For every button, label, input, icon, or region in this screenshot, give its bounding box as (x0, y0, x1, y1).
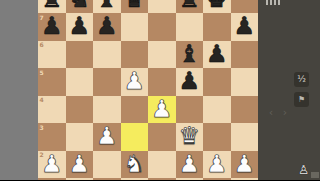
square-f4[interactable] (176, 96, 204, 124)
rank-label-5: 5 (40, 69, 44, 76)
white-pawn: ♟ (121, 68, 149, 96)
rank-label-7: 7 (40, 14, 44, 21)
white-queen: ♛ (176, 123, 204, 151)
square-e8[interactable] (148, 0, 176, 13)
square-f3[interactable]: ♛ (176, 123, 204, 151)
square-d6[interactable] (121, 41, 149, 69)
square-g8[interactable]: ♚ (203, 0, 231, 13)
square-b8[interactable]: ♞ (66, 0, 94, 13)
square-g2[interactable]: ♟ (203, 151, 231, 179)
prev-move-button[interactable]: ‹ (266, 107, 276, 118)
square-d2[interactable]: ♞ (121, 151, 149, 179)
square-f8[interactable]: ♜ (176, 0, 204, 13)
square-h4[interactable] (231, 96, 259, 124)
white-knight: ♞ (121, 151, 149, 179)
square-b3[interactable] (66, 123, 94, 151)
white-pawn: ♟ (231, 151, 259, 179)
square-a1[interactable]: 1♜ (38, 178, 66, 180)
square-h5[interactable] (231, 68, 259, 96)
square-c1[interactable] (93, 178, 121, 180)
square-a3[interactable]: 3 (38, 123, 66, 151)
square-h8[interactable] (231, 0, 259, 13)
square-b7[interactable]: ♟ (66, 13, 94, 41)
side-panel: ½ ⚑ ‹ › ♙ (258, 0, 320, 180)
square-a2[interactable]: 2♟ (38, 151, 66, 179)
rank-label-4: 4 (40, 96, 44, 103)
square-f5[interactable]: ♟ (176, 68, 204, 96)
square-h7[interactable]: ♟ (231, 13, 259, 41)
square-c2[interactable] (93, 151, 121, 179)
white-knight: ♞ (203, 178, 231, 180)
black-pawn: ♟ (203, 41, 231, 69)
rank-label-3: 3 (40, 124, 44, 131)
square-e2[interactable] (148, 151, 176, 179)
square-e7[interactable] (148, 13, 176, 41)
black-pawn: ♟ (231, 13, 259, 41)
square-f2[interactable]: ♟ (176, 151, 204, 179)
square-d3[interactable] (121, 123, 149, 151)
square-g6[interactable]: ♟ (203, 41, 231, 69)
white-pawn: ♟ (148, 96, 176, 124)
square-b4[interactable] (66, 96, 94, 124)
square-a5[interactable]: 5 (38, 68, 66, 96)
white-king: ♚ (148, 178, 176, 180)
square-a6[interactable]: 6 (38, 41, 66, 69)
square-c4[interactable] (93, 96, 121, 124)
rank-label-6: 6 (40, 41, 44, 48)
black-rook: ♜ (38, 0, 66, 13)
rank-label-2: 2 (40, 151, 44, 158)
chess-board: 8♜♞♝♛♜♚7♟♟♟♟6♝♟5♟♟4♟3♟♛2♟♟♞♟♟♟1♜♚♝♞♜ (38, 0, 258, 180)
square-a7[interactable]: 7♟ (38, 13, 66, 41)
white-pawn: ♟ (203, 151, 231, 179)
bottom-mark (311, 172, 319, 178)
square-h3[interactable] (231, 123, 259, 151)
square-c8[interactable]: ♝ (93, 0, 121, 13)
game-screen: 8♜♞♝♛♜♚7♟♟♟♟6♝♟5♟♟4♟3♟♛2♟♟♞♟♟♟1♜♚♝♞♜ ½ ⚑… (0, 0, 320, 180)
square-c5[interactable] (93, 68, 121, 96)
square-e6[interactable] (148, 41, 176, 69)
square-f6[interactable]: ♝ (176, 41, 204, 69)
square-g7[interactable] (203, 13, 231, 41)
offer-draw-button[interactable]: ½ (294, 72, 309, 87)
resign-flag-button[interactable]: ⚑ (294, 92, 309, 107)
black-rook: ♜ (176, 0, 204, 13)
square-h6[interactable] (231, 41, 259, 69)
square-g1[interactable]: ♞ (203, 178, 231, 180)
square-d1[interactable] (121, 178, 149, 180)
square-e3[interactable] (148, 123, 176, 151)
black-king: ♚ (203, 0, 231, 13)
white-pawn: ♟ (93, 123, 121, 151)
black-pawn: ♟ (66, 13, 94, 41)
square-g5[interactable] (203, 68, 231, 96)
square-e5[interactable] (148, 68, 176, 96)
square-e1[interactable]: ♚ (148, 178, 176, 180)
square-g4[interactable] (203, 96, 231, 124)
square-b5[interactable] (66, 68, 94, 96)
square-b1[interactable] (66, 178, 94, 180)
black-pawn: ♟ (93, 13, 121, 41)
square-c3[interactable]: ♟ (93, 123, 121, 151)
square-a4[interactable]: 4 (38, 96, 66, 124)
square-d8[interactable]: ♛ (121, 0, 149, 13)
white-pawn: ♟ (38, 151, 66, 179)
black-pawn: ♟ (38, 13, 66, 41)
grid-icon (266, 0, 281, 5)
rank-label-1: 1 (40, 179, 44, 181)
square-b6[interactable] (66, 41, 94, 69)
next-move-button[interactable]: › (280, 107, 290, 118)
black-bishop: ♝ (176, 41, 204, 69)
square-d7[interactable] (121, 13, 149, 41)
white-rook: ♜ (38, 178, 66, 180)
square-f1[interactable]: ♝ (176, 178, 204, 180)
white-pawn-icon: ♙ (298, 163, 309, 177)
square-f7[interactable] (176, 13, 204, 41)
white-pawn: ♟ (176, 151, 204, 179)
black-knight: ♞ (66, 0, 94, 13)
square-c6[interactable] (93, 41, 121, 69)
square-e4[interactable]: ♟ (148, 96, 176, 124)
left-gutter (0, 0, 38, 180)
square-g3[interactable] (203, 123, 231, 151)
black-pawn: ♟ (176, 68, 204, 96)
black-bishop: ♝ (93, 0, 121, 13)
white-rook: ♜ (231, 178, 259, 180)
square-h2[interactable]: ♟ (231, 151, 259, 179)
white-pawn: ♟ (66, 151, 94, 179)
square-d4[interactable] (121, 96, 149, 124)
black-queen: ♛ (121, 0, 149, 13)
square-h1[interactable]: ♜ (231, 178, 259, 180)
square-c7[interactable]: ♟ (93, 13, 121, 41)
square-d5[interactable]: ♟ (121, 68, 149, 96)
square-a8[interactable]: 8♜ (38, 0, 66, 13)
square-b2[interactable]: ♟ (66, 151, 94, 179)
white-bishop: ♝ (176, 178, 204, 180)
